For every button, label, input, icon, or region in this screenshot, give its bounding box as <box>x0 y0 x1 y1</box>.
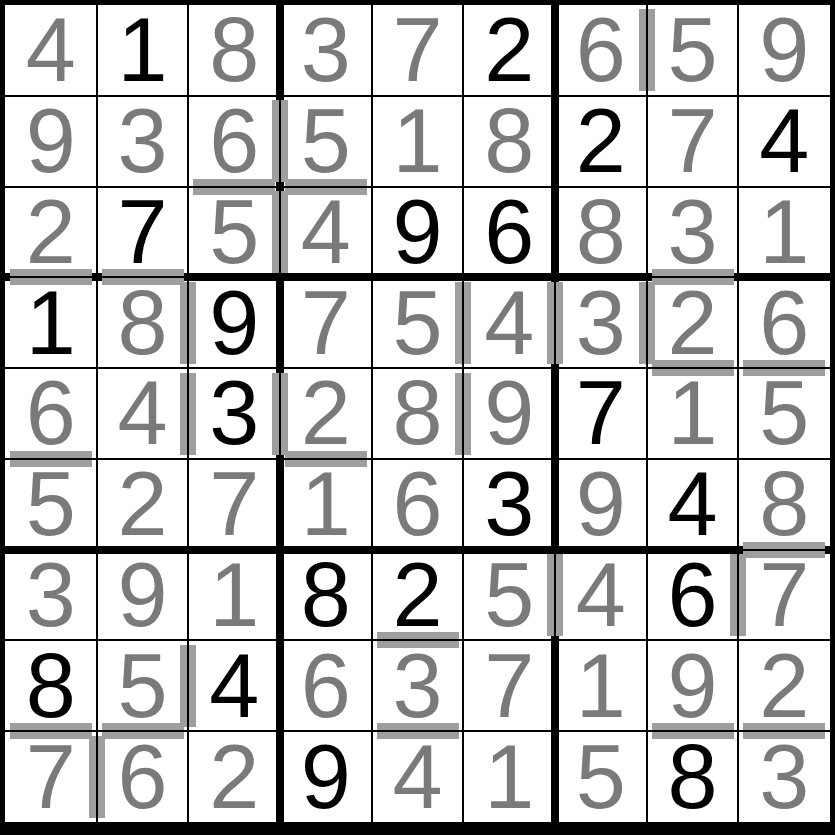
cell-r5c9[interactable]: 5 <box>738 368 830 459</box>
solved-digit: 2 <box>26 187 76 277</box>
cell-r3c3[interactable]: 5 <box>188 187 280 278</box>
cell-r8c6[interactable]: 7 <box>463 640 555 731</box>
given-digit: 9 <box>209 278 259 368</box>
given-digit: 2 <box>484 5 534 95</box>
cell-r8c1[interactable]: 8 <box>5 640 97 731</box>
cell-r1c8[interactable]: 5 <box>647 5 739 96</box>
solved-digit: 6 <box>26 368 76 458</box>
cell-r5c6[interactable]: 9 <box>463 368 555 459</box>
solved-digit: 2 <box>209 732 259 822</box>
solved-digit: 4 <box>392 732 442 822</box>
cell-r5c8[interactable]: 1 <box>647 368 739 459</box>
cell-r2c8[interactable]: 7 <box>647 96 739 187</box>
solved-digit: 5 <box>392 278 442 368</box>
cell-r4c4[interactable]: 7 <box>280 277 372 368</box>
cell-r6c8[interactable]: 4 <box>647 459 739 550</box>
cell-r1c2[interactable]: 1 <box>97 5 189 96</box>
solved-digit: 5 <box>301 96 351 186</box>
solved-digit: 9 <box>759 5 809 95</box>
cell-r6c6[interactable]: 3 <box>463 459 555 550</box>
cell-r7c8[interactable]: 6 <box>647 550 739 641</box>
cell-r5c4[interactable]: 2 <box>280 368 372 459</box>
given-digit: 7 <box>117 187 167 277</box>
cell-r1c7[interactable]: 6 <box>555 5 647 96</box>
cell-r3c6[interactable]: 6 <box>463 187 555 278</box>
solved-digit: 4 <box>26 5 76 95</box>
cell-r8c8[interactable]: 9 <box>647 640 739 731</box>
solved-digit: 5 <box>209 187 259 277</box>
solved-digit: 4 <box>576 550 626 640</box>
cell-r6c4[interactable]: 1 <box>280 459 372 550</box>
solved-digit: 9 <box>667 641 717 731</box>
given-digit: 4 <box>759 96 809 186</box>
cell-r3c5[interactable]: 9 <box>372 187 464 278</box>
cell-r2c7[interactable]: 2 <box>555 96 647 187</box>
solved-digit: 9 <box>117 550 167 640</box>
cell-r5c2[interactable]: 4 <box>97 368 189 459</box>
solved-digit: 7 <box>301 278 351 368</box>
given-digit: 4 <box>209 641 259 731</box>
solved-digit: 2 <box>301 368 351 458</box>
solved-digit: 9 <box>484 368 534 458</box>
solved-digit: 9 <box>576 459 626 549</box>
solved-digit: 8 <box>759 459 809 549</box>
cell-r1c4[interactable]: 3 <box>280 5 372 96</box>
cell-r3c7[interactable]: 8 <box>555 187 647 278</box>
cell-r3c4[interactable]: 4 <box>280 187 372 278</box>
given-digit: 7 <box>576 368 626 458</box>
solved-digit: 3 <box>576 278 626 368</box>
cell-r5c7[interactable]: 7 <box>555 368 647 459</box>
cell-r8c5[interactable]: 3 <box>372 640 464 731</box>
solved-digit: 5 <box>576 732 626 822</box>
cell-r2c3[interactable]: 6 <box>188 96 280 187</box>
cell-r5c1[interactable]: 6 <box>5 368 97 459</box>
solved-digit: 8 <box>117 278 167 368</box>
solved-digit: 4 <box>484 278 534 368</box>
cell-r4c6[interactable]: 4 <box>463 277 555 368</box>
cell-r9c2[interactable]: 6 <box>97 731 189 822</box>
cell-r7c1[interactable]: 3 <box>5 550 97 641</box>
solved-digit: 8 <box>576 187 626 277</box>
cell-r8c3[interactable]: 4 <box>188 640 280 731</box>
cell-r6c3[interactable]: 7 <box>188 459 280 550</box>
cell-r2c5[interactable]: 1 <box>372 96 464 187</box>
given-digit: 6 <box>484 187 534 277</box>
given-digit: 1 <box>117 5 167 95</box>
solved-digit: 3 <box>26 550 76 640</box>
cell-r3c2[interactable]: 7 <box>97 187 189 278</box>
cell-r9c4[interactable]: 9 <box>280 731 372 822</box>
given-digit: 9 <box>301 732 351 822</box>
cell-r4c2[interactable]: 8 <box>97 277 189 368</box>
cell-r6c2[interactable]: 2 <box>97 459 189 550</box>
solved-digit: 6 <box>392 459 442 549</box>
solved-digit: 1 <box>392 96 442 186</box>
cell-r7c6[interactable]: 5 <box>463 550 555 641</box>
given-digit: 3 <box>209 368 259 458</box>
solved-digit: 2 <box>117 459 167 549</box>
solved-digit: 1 <box>209 550 259 640</box>
given-digit: 8 <box>667 732 717 822</box>
cell-r7c3[interactable]: 1 <box>188 550 280 641</box>
cell-r1c5[interactable]: 7 <box>372 5 464 96</box>
cell-r2c2[interactable]: 3 <box>97 96 189 187</box>
solved-digit: 6 <box>117 732 167 822</box>
solved-digit: 6 <box>301 641 351 731</box>
cell-r7c2[interactable]: 9 <box>97 550 189 641</box>
cell-r9c5[interactable]: 4 <box>372 731 464 822</box>
cell-r9c6[interactable]: 1 <box>463 731 555 822</box>
solved-digit: 3 <box>301 5 351 95</box>
solved-digit: 1 <box>667 368 717 458</box>
solved-digit: 4 <box>301 187 351 277</box>
given-digit: 6 <box>667 550 717 640</box>
cell-r5c3[interactable]: 3 <box>188 368 280 459</box>
cell-r9c1[interactable]: 7 <box>5 731 97 822</box>
solved-digit: 3 <box>759 732 809 822</box>
cell-r7c5[interactable]: 2 <box>372 550 464 641</box>
cell-r8c4[interactable]: 6 <box>280 640 372 731</box>
cell-r9c8[interactable]: 8 <box>647 731 739 822</box>
sudoku-grid: 4183726599365182742754968311897543266432… <box>5 5 830 822</box>
cell-r4c5[interactable]: 5 <box>372 277 464 368</box>
solved-digit: 8 <box>484 96 534 186</box>
solved-digit: 5 <box>117 641 167 731</box>
solved-digit: 3 <box>392 641 442 731</box>
cell-r2c9[interactable]: 4 <box>738 96 830 187</box>
solved-digit: 1 <box>576 641 626 731</box>
cell-r7c4[interactable]: 8 <box>280 550 372 641</box>
cell-r4c9[interactable]: 6 <box>738 277 830 368</box>
cell-r6c9[interactable]: 8 <box>738 459 830 550</box>
solved-digit: 9 <box>26 96 76 186</box>
cell-r3c8[interactable]: 3 <box>647 187 739 278</box>
cell-r4c7[interactable]: 3 <box>555 277 647 368</box>
solved-digit: 1 <box>759 187 809 277</box>
cell-r6c5[interactable]: 6 <box>372 459 464 550</box>
cell-r6c1[interactable]: 5 <box>5 459 97 550</box>
solved-digit: 2 <box>667 278 717 368</box>
cell-r8c9[interactable]: 2 <box>738 640 830 731</box>
cell-r2c4[interactable]: 5 <box>280 96 372 187</box>
solved-digit: 3 <box>667 187 717 277</box>
given-digit: 4 <box>667 459 717 549</box>
cell-r4c1[interactable]: 1 <box>5 277 97 368</box>
solved-digit: 7 <box>26 732 76 822</box>
solved-digit: 7 <box>759 550 809 640</box>
cell-r9c7[interactable]: 5 <box>555 731 647 822</box>
solved-digit: 5 <box>484 550 534 640</box>
given-digit: 2 <box>392 550 442 640</box>
cell-r6c7[interactable]: 9 <box>555 459 647 550</box>
cell-r1c1[interactable]: 4 <box>5 5 97 96</box>
solved-digit: 5 <box>26 459 76 549</box>
given-digit: 1 <box>26 278 76 368</box>
solved-digit: 8 <box>209 5 259 95</box>
solved-digit: 5 <box>667 5 717 95</box>
cell-r2c1[interactable]: 9 <box>5 96 97 187</box>
cell-r8c2[interactable]: 5 <box>97 640 189 731</box>
cell-r3c9[interactable]: 1 <box>738 187 830 278</box>
cell-r8c7[interactable]: 1 <box>555 640 647 731</box>
cell-r4c3[interactable]: 9 <box>188 277 280 368</box>
solved-digit: 3 <box>117 96 167 186</box>
given-digit: 8 <box>26 641 76 731</box>
given-digit: 9 <box>392 187 442 277</box>
cell-r9c9[interactable]: 3 <box>738 731 830 822</box>
solved-digit: 2 <box>759 641 809 731</box>
solved-digit: 5 <box>759 368 809 458</box>
cell-r1c9[interactable]: 9 <box>738 5 830 96</box>
cell-r5c5[interactable]: 8 <box>372 368 464 459</box>
solved-digit: 4 <box>117 368 167 458</box>
solved-digit: 6 <box>209 96 259 186</box>
given-digit: 3 <box>484 459 534 549</box>
given-digit: 2 <box>576 96 626 186</box>
solved-digit: 7 <box>392 5 442 95</box>
cell-r2c6[interactable]: 8 <box>463 96 555 187</box>
sudoku-board: 4183726599365182742754968311897543266432… <box>0 0 835 835</box>
cell-r1c3[interactable]: 8 <box>188 5 280 96</box>
given-digit: 8 <box>301 550 351 640</box>
cell-r4c8[interactable]: 2 <box>647 277 739 368</box>
solved-digit: 7 <box>209 459 259 549</box>
solved-digit: 7 <box>667 96 717 186</box>
solved-digit: 7 <box>484 641 534 731</box>
cell-r1c6[interactable]: 2 <box>463 5 555 96</box>
cell-r7c9[interactable]: 7 <box>738 550 830 641</box>
cell-r3c1[interactable]: 2 <box>5 187 97 278</box>
solved-digit: 8 <box>392 368 442 458</box>
solved-digit: 6 <box>576 5 626 95</box>
cell-r7c7[interactable]: 4 <box>555 550 647 641</box>
solved-digit: 1 <box>301 459 351 549</box>
solved-digit: 1 <box>484 732 534 822</box>
solved-digit: 6 <box>759 278 809 368</box>
cell-r9c3[interactable]: 2 <box>188 731 280 822</box>
